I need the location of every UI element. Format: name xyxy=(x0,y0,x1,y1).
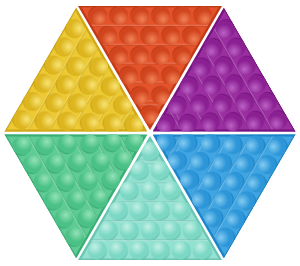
bubble-top-r6-c6[interactable] xyxy=(88,6,107,25)
bubble-bottom-r6-c3[interactable] xyxy=(130,241,149,260)
bubble-bottom-r6-c4[interactable] xyxy=(151,241,170,260)
bubble-top-r6-c5[interactable] xyxy=(109,6,128,25)
bubble-top-r6-c3[interactable] xyxy=(151,6,170,25)
bubble-bottom-r5-c3[interactable] xyxy=(141,221,160,240)
bubble-top-r6-c4[interactable] xyxy=(130,6,149,25)
bubble-bottom-r6-c5[interactable] xyxy=(172,241,191,260)
bubble-top-r6-c2[interactable] xyxy=(172,6,191,25)
bubble-bottom-r6-c2[interactable] xyxy=(109,241,128,260)
bubble-top-r4-c4[interactable] xyxy=(109,46,128,65)
popit-hexagon xyxy=(0,0,300,266)
